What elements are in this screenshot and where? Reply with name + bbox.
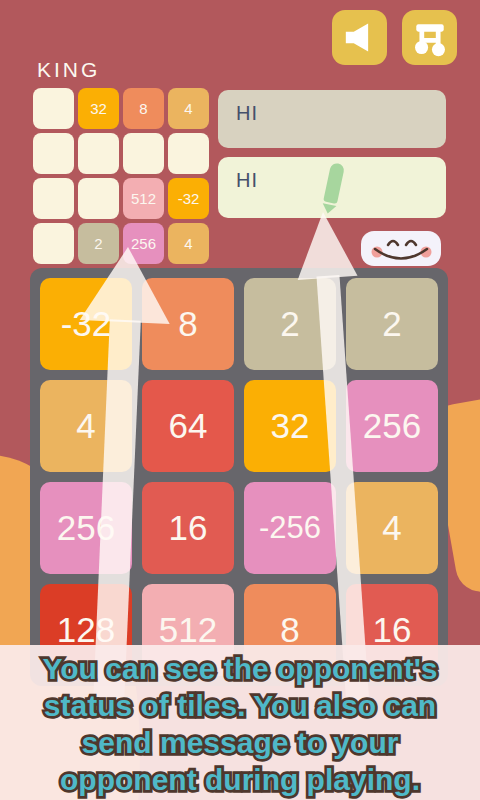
opponent-tile: 4 — [168, 223, 209, 264]
opponent-tile: 4 — [168, 88, 209, 129]
opponent-tile — [33, 223, 74, 264]
compose-message-box[interactable]: HI — [218, 157, 446, 218]
opponent-tile — [33, 178, 74, 219]
tutorial-line: opponent during playing. — [0, 761, 480, 798]
opponent-board: 32 8 4 512 -32 2 256 4 — [33, 88, 209, 264]
opponent-tile: 32 — [78, 88, 119, 129]
speaker-icon — [342, 22, 378, 54]
received-message-text: HI — [218, 90, 446, 125]
tutorial-line: send message to your — [0, 724, 480, 761]
opponent-name-label: KING — [37, 58, 100, 82]
opponent-tile — [78, 133, 119, 174]
opponent-tile — [168, 133, 209, 174]
music-button[interactable] — [402, 10, 457, 65]
opponent-tile — [33, 133, 74, 174]
opponent-tile: -32 — [168, 178, 209, 219]
tutorial-caption: You can see the opponent's status of til… — [0, 645, 480, 800]
tutorial-line: status of tiles. You also can — [0, 687, 480, 724]
opponent-tile: 8 — [123, 88, 164, 129]
sound-button[interactable] — [332, 10, 387, 65]
opponent-tile — [123, 133, 164, 174]
opponent-tile — [33, 88, 74, 129]
music-note-icon — [411, 19, 449, 57]
smiley-face-icon — [361, 231, 441, 266]
send-emoji-button[interactable] — [361, 231, 441, 266]
tutorial-line: You can see the opponent's — [0, 650, 480, 687]
received-message-box: HI — [218, 90, 446, 148]
opponent-tile — [78, 178, 119, 219]
opponent-tile: 512 — [123, 178, 164, 219]
